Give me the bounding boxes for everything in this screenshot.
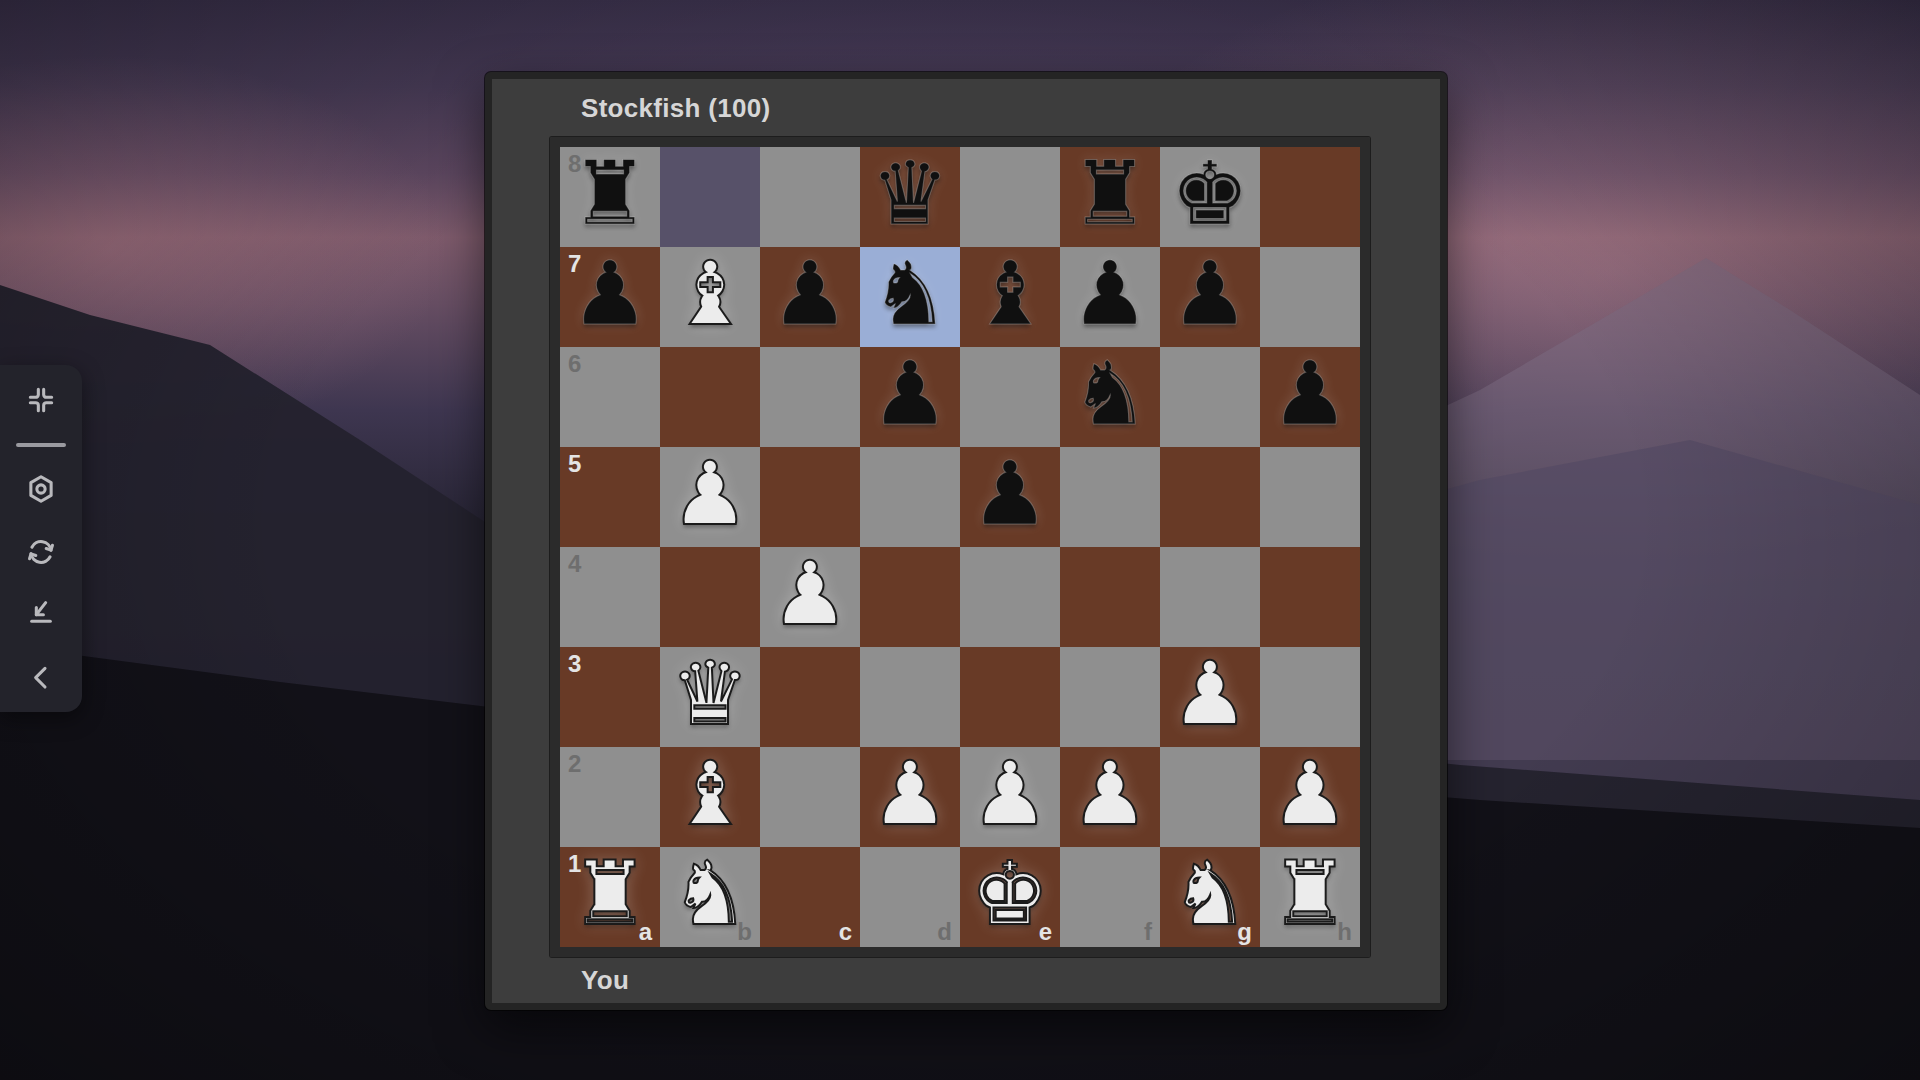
square-h3[interactable] (1260, 647, 1360, 747)
square-g4[interactable] (1160, 547, 1260, 647)
square-h5[interactable] (1260, 447, 1360, 547)
square-b1[interactable]: b♞ (660, 847, 760, 947)
piece-black-pawn: ♟ (571, 250, 650, 338)
refresh-icon (25, 536, 57, 568)
square-g1[interactable]: g♞ (1160, 847, 1260, 947)
piece-black-pawn: ♟ (871, 350, 950, 438)
square-f4[interactable] (1060, 547, 1160, 647)
back-button[interactable] (19, 657, 63, 697)
square-b8[interactable] (660, 147, 760, 247)
square-e6[interactable] (960, 347, 1060, 447)
square-e5[interactable]: ♟ (960, 447, 1060, 547)
rank-label-2: 2 (568, 750, 581, 778)
piece-white-king: ♚ (971, 850, 1050, 938)
piece-black-pawn: ♟ (771, 250, 850, 338)
player-name: You (492, 957, 1440, 1003)
square-f1[interactable]: f (1060, 847, 1160, 947)
square-e1[interactable]: e♚ (960, 847, 1060, 947)
piece-black-king: ♚ (1171, 150, 1250, 238)
file-label-d: d (937, 918, 952, 946)
piece-black-rook: ♜ (1071, 150, 1150, 238)
square-a3[interactable]: 3 (560, 647, 660, 747)
settings-button[interactable] (19, 469, 63, 509)
piece-black-knight: ♞ (871, 250, 950, 338)
square-a8[interactable]: 8♜ (560, 147, 660, 247)
piece-black-pawn: ♟ (1271, 350, 1350, 438)
piece-white-pawn: ♟ (1071, 750, 1150, 838)
piece-black-pawn: ♟ (1171, 250, 1250, 338)
square-c2[interactable] (760, 747, 860, 847)
square-d3[interactable] (860, 647, 960, 747)
square-g8[interactable]: ♚ (1160, 147, 1260, 247)
file-label-c: c (839, 918, 852, 946)
square-a1[interactable]: 1a♜ (560, 847, 660, 947)
square-f8[interactable]: ♜ (1060, 147, 1160, 247)
piece-white-rook: ♜ (1271, 850, 1350, 938)
square-d2[interactable]: ♟ (860, 747, 960, 847)
piece-white-pawn: ♟ (871, 750, 950, 838)
piece-black-knight: ♞ (1071, 350, 1150, 438)
rank-label-3: 3 (568, 650, 581, 678)
square-g2[interactable] (1160, 747, 1260, 847)
download-icon (25, 598, 57, 630)
file-label-f: f (1144, 918, 1152, 946)
square-c7[interactable]: ♟ (760, 247, 860, 347)
square-f6[interactable]: ♞ (1060, 347, 1160, 447)
square-h7[interactable] (1260, 247, 1360, 347)
rank-label-4: 4 (568, 550, 581, 578)
sidebar-divider (16, 443, 66, 447)
square-h1[interactable]: h♜ (1260, 847, 1360, 947)
gear-icon (25, 473, 57, 505)
square-d7[interactable]: ♞ (860, 247, 960, 347)
square-a4[interactable]: 4 (560, 547, 660, 647)
piece-black-pawn: ♟ (1071, 250, 1150, 338)
piece-white-pawn: ♟ (971, 750, 1050, 838)
square-d1[interactable]: d (860, 847, 960, 947)
square-b7[interactable]: ♝ (660, 247, 760, 347)
square-c1[interactable]: c (760, 847, 860, 947)
square-f5[interactable] (1060, 447, 1160, 547)
square-h4[interactable] (1260, 547, 1360, 647)
square-b2[interactable]: ♝ (660, 747, 760, 847)
square-g7[interactable]: ♟ (1160, 247, 1260, 347)
square-f3[interactable] (1060, 647, 1160, 747)
chevron-left-icon (25, 661, 57, 693)
square-a6[interactable]: 6 (560, 347, 660, 447)
board-frame: 8♜♛♜♚7♟♝♟♞♝♟♟6♟♞♟5♟♟4♟3♛♟2♝♟♟♟♟1a♜b♞cde♚… (550, 137, 1370, 957)
restart-button[interactable] (19, 532, 63, 572)
rank-label-6: 6 (568, 350, 581, 378)
piece-black-queen: ♛ (871, 150, 950, 238)
square-c4[interactable]: ♟ (760, 547, 860, 647)
tool-sidebar (0, 365, 82, 712)
fullscreen-toggle-button[interactable] (19, 380, 63, 420)
piece-black-bishop: ♝ (971, 250, 1050, 338)
square-e2[interactable]: ♟ (960, 747, 1060, 847)
square-h8[interactable] (1260, 147, 1360, 247)
piece-black-rook: ♜ (571, 150, 650, 238)
square-c6[interactable] (760, 347, 860, 447)
square-g5[interactable] (1160, 447, 1260, 547)
square-e8[interactable] (960, 147, 1060, 247)
square-g6[interactable] (1160, 347, 1260, 447)
piece-white-pawn: ♟ (1171, 650, 1250, 738)
square-c8[interactable] (760, 147, 860, 247)
square-f2[interactable]: ♟ (1060, 747, 1160, 847)
square-e7[interactable]: ♝ (960, 247, 1060, 347)
square-b6[interactable] (660, 347, 760, 447)
piece-white-bishop: ♝ (671, 250, 750, 338)
piece-white-knight: ♞ (671, 850, 750, 938)
square-b3[interactable]: ♛ (660, 647, 760, 747)
square-c3[interactable] (760, 647, 860, 747)
square-d8[interactable]: ♛ (860, 147, 960, 247)
game-panel: Stockfish (100) 8♜♛♜♚7♟♝♟♞♝♟♟6♟♞♟5♟♟4♟3♛… (485, 72, 1447, 1010)
piece-white-pawn: ♟ (1271, 750, 1350, 838)
square-f7[interactable]: ♟ (1060, 247, 1160, 347)
square-d5[interactable] (860, 447, 960, 547)
square-h6[interactable]: ♟ (1260, 347, 1360, 447)
square-a7[interactable]: 7♟ (560, 247, 660, 347)
square-a5[interactable]: 5 (560, 447, 660, 547)
square-h2[interactable]: ♟ (1260, 747, 1360, 847)
opponent-name: Stockfish (100) (492, 79, 1440, 137)
square-a2[interactable]: 2 (560, 747, 660, 847)
piece-white-queen: ♛ (671, 650, 750, 738)
square-g3[interactable]: ♟ (1160, 647, 1260, 747)
piece-white-pawn: ♟ (671, 450, 750, 538)
square-c5[interactable] (760, 447, 860, 547)
square-d4[interactable] (860, 547, 960, 647)
piece-white-knight: ♞ (1171, 850, 1250, 938)
square-e4[interactable] (960, 547, 1060, 647)
piece-white-pawn: ♟ (771, 550, 850, 638)
square-b5[interactable]: ♟ (660, 447, 760, 547)
piece-black-pawn: ♟ (971, 450, 1050, 538)
compress-icon (25, 384, 57, 416)
square-b4[interactable] (660, 547, 760, 647)
piece-white-bishop: ♝ (671, 750, 750, 838)
square-d6[interactable]: ♟ (860, 347, 960, 447)
piece-white-rook: ♜ (571, 850, 650, 938)
rank-label-5: 5 (568, 450, 581, 478)
square-e3[interactable] (960, 647, 1060, 747)
save-game-button[interactable] (19, 594, 63, 634)
chess-board: 8♜♛♜♚7♟♝♟♞♝♟♟6♟♞♟5♟♟4♟3♛♟2♝♟♟♟♟1a♜b♞cde♚… (560, 147, 1360, 947)
